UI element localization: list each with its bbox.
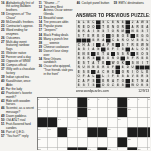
clue-number: 51 xyxy=(1,122,4,126)
cell-clue-number: 19 xyxy=(68,128,71,131)
answer-letter-cell: C xyxy=(91,21,95,25)
answer-letter-cell: W xyxy=(140,21,144,25)
clue-text: "You hurt?" reply xyxy=(6,134,28,138)
puzzle-cell[interactable] xyxy=(118,148,128,151)
answer-letter-cell: M xyxy=(121,30,125,34)
puzzle-cell[interactable] xyxy=(88,118,98,128)
answer-letter-cell: T xyxy=(116,79,120,83)
puzzle-black-cell xyxy=(78,108,88,118)
clue-item: 31Webster native xyxy=(1,51,36,55)
answer-black-cell xyxy=(130,34,134,38)
answer-letter-cell: E xyxy=(121,21,125,25)
answer-letter-cell: J xyxy=(130,21,134,25)
answer-letter-cell: S xyxy=(121,52,125,56)
clue-number: 36 xyxy=(1,63,4,67)
answer-letter-cell: T xyxy=(86,61,90,65)
puzzle-black-cell xyxy=(78,148,88,151)
answer-letter-cell: R xyxy=(135,25,139,29)
newspaper-crossword-page: 16Alphabetically first of the acting Bal… xyxy=(0,0,150,150)
answer-letter-cell: O xyxy=(116,57,120,61)
clue-item: 12Two-time Best Actress Oscar winner Gle… xyxy=(39,5,74,16)
answer-letter-cell: A xyxy=(145,79,149,83)
clue-text: Kazakhstan, once: Abbr. xyxy=(6,79,31,86)
puzzle-cell[interactable]: 16 xyxy=(118,118,128,128)
answer-letter-cell: R xyxy=(121,25,125,29)
clue-text: Old AT&T rival xyxy=(6,118,25,122)
answer-black-cell xyxy=(96,75,100,79)
answer-letter-cell: A xyxy=(111,79,115,83)
answer-letter-cell: O xyxy=(135,84,139,88)
puzzle-website-url: www.wordpuzzles.com xyxy=(76,89,109,93)
answer-letter-cell: S xyxy=(91,79,95,83)
answer-black-cell xyxy=(77,39,81,43)
answer-letter-cell: A xyxy=(91,48,95,52)
cell-clue-number: 1 xyxy=(38,98,39,101)
puzzle-black-cell xyxy=(38,118,48,128)
clue-text: Beautiful swan xyxy=(44,16,64,20)
puzzle-cell[interactable]: 10 xyxy=(148,98,151,108)
clue-number: 37 xyxy=(1,67,4,71)
cell-clue-number: 16 xyxy=(118,118,121,121)
puzzle-cell[interactable] xyxy=(98,138,108,148)
puzzle-cell[interactable]: 11 xyxy=(38,108,48,118)
puzzle-black-cell xyxy=(128,128,138,138)
answer-letter-cell: E xyxy=(145,70,149,74)
clue-number: 20 xyxy=(1,20,4,24)
answer-letter-cell: D xyxy=(126,66,130,70)
answer-letter-cell: N xyxy=(140,79,144,83)
puzzle-cell[interactable] xyxy=(48,138,58,148)
answer-black-cell xyxy=(126,25,130,29)
answer-black-cell xyxy=(91,52,95,56)
puzzle-cell[interactable] xyxy=(58,148,68,151)
puzzle-black-cell xyxy=(148,128,151,138)
clue-text: Two-time Best Actress Oscar winner Glend… xyxy=(44,5,73,16)
clue-text: Dawn goddess xyxy=(6,114,26,118)
clue-text: Ride with wooden horses xyxy=(6,99,30,106)
answer-letter-cell: E xyxy=(126,34,130,38)
answer-black-cell xyxy=(106,34,110,38)
clue-item: 32Forever and a day xyxy=(1,55,36,59)
answer-letter-cell: R xyxy=(121,39,125,43)
puzzle-cell[interactable]: 1 xyxy=(38,98,48,108)
puzzle-black-cell xyxy=(128,148,138,151)
clue-number: 59 xyxy=(114,1,117,5)
answer-black-cell xyxy=(96,84,100,88)
puzzle-black-cell xyxy=(48,118,58,128)
clue-number: 42 xyxy=(1,91,4,95)
clue-number: 43 xyxy=(1,99,4,103)
answer-letter-cell: L xyxy=(140,70,144,74)
answer-letter-cell: Z xyxy=(111,84,115,88)
answer-letter-cell: E xyxy=(135,43,139,47)
answer-letter-cell: I xyxy=(91,30,95,34)
answer-letter-cell: E xyxy=(101,61,105,65)
answer-letter-cell: C xyxy=(101,70,105,74)
answer-letter-cell: R xyxy=(111,57,115,61)
clue-number: 24 xyxy=(39,32,42,36)
puzzle-cell[interactable]: 22 xyxy=(128,138,138,148)
answer-letter-cell: T xyxy=(101,52,105,56)
cell-clue-number: 22 xyxy=(128,138,131,141)
answer-black-cell xyxy=(116,66,120,70)
clue-item: 50Old AT&T rival xyxy=(1,118,36,122)
cell-clue-number: 6 xyxy=(98,98,99,101)
clue-item: 57"You hurt?" reply xyxy=(1,134,36,138)
answer-letter-cell: E xyxy=(135,52,139,56)
answer-letter-cell: I xyxy=(106,75,110,79)
answer-black-cell xyxy=(130,52,134,56)
answer-letter-cell: A xyxy=(101,39,105,43)
answer-letter-cell: L xyxy=(145,39,149,43)
answer-letter-cell: C xyxy=(77,43,81,47)
cell-clue-number: 11 xyxy=(38,108,40,111)
clue-text: Opposite of WNW xyxy=(6,59,30,63)
answer-letter-cell: H xyxy=(81,43,85,47)
answer-letter-cell: T xyxy=(101,25,105,29)
answer-black-cell xyxy=(81,39,85,43)
answer-black-cell xyxy=(96,21,100,25)
answer-letter-cell: O xyxy=(121,79,125,83)
answer-letter-cell: O xyxy=(101,34,105,38)
answer-letter-cell: A xyxy=(86,75,90,79)
puzzle-cell[interactable]: 24 xyxy=(88,148,98,151)
puzzle-cell[interactable] xyxy=(138,138,148,148)
answer-letter-cell: R xyxy=(130,43,134,47)
clue-number: 26 xyxy=(1,35,4,39)
answer-letter-cell: A xyxy=(126,75,130,79)
cell-clue-number: 2 xyxy=(48,98,49,101)
answer-letter-cell: L xyxy=(101,75,105,79)
clue-number: 15 xyxy=(39,24,42,28)
puzzle-cell[interactable] xyxy=(138,108,148,118)
puzzle-cell[interactable]: 5 xyxy=(88,98,98,108)
clue-text: EMTs' destinations xyxy=(119,1,144,5)
answer-letter-cell: E xyxy=(96,52,100,56)
cell-clue-number: 20 xyxy=(108,128,111,131)
answer-letter-cell: K xyxy=(121,61,125,65)
clue-text: Black Friday deals xyxy=(44,32,69,36)
answer-black-cell xyxy=(126,30,130,34)
puzzle-cell[interactable] xyxy=(78,138,88,148)
clue-text: Campus official xyxy=(6,63,27,67)
answer-letter-cell: R xyxy=(111,43,115,47)
answer-letter-cell: T xyxy=(96,61,100,65)
answer-black-cell xyxy=(145,66,149,70)
puzzle-cell[interactable]: 26 xyxy=(138,148,148,151)
answer-black-cell xyxy=(126,48,130,52)
answer-letter-cell: S xyxy=(145,84,149,88)
answer-letter-cell: H xyxy=(77,57,81,61)
clue-item: 49Dawn goddess xyxy=(1,114,36,118)
answer-letter-cell: N xyxy=(130,30,134,34)
puzzle-cell[interactable]: 2 xyxy=(48,98,58,108)
puzzle-cell[interactable] xyxy=(148,138,151,148)
answer-letter-cell: D xyxy=(101,84,105,88)
answer-letter-cell: E xyxy=(77,84,81,88)
answer-letter-cell: I xyxy=(130,70,134,74)
puzzle-cell[interactable] xyxy=(48,148,58,151)
answer-black-cell xyxy=(121,57,125,61)
puzzle-cell[interactable] xyxy=(138,118,148,128)
puzzle-cell[interactable] xyxy=(108,138,118,148)
puzzle-cell[interactable]: 4 xyxy=(68,98,78,108)
answer-letter-cell: E xyxy=(135,30,139,34)
puzzle-cell[interactable] xyxy=(78,128,88,138)
answer-meta-line: www.wordpuzzles.com 12/9/13 xyxy=(76,89,149,93)
clue-item: 51Fruit-flavored hard candies xyxy=(1,122,36,129)
clue-number: 23 xyxy=(1,24,4,28)
puzzle-black-cell xyxy=(68,148,78,151)
answer-letter-cell: S xyxy=(145,52,149,56)
clue-item: 26Outcomes xyxy=(1,35,36,39)
answer-letter-cell: E xyxy=(77,52,81,56)
answer-letter-cell: S xyxy=(121,75,125,79)
answer-black-cell xyxy=(126,21,130,25)
current-puzzle-grid: 1234567891011121314151617181920212223242… xyxy=(37,97,150,150)
clue-number: 50 xyxy=(1,118,4,122)
answer-letter-cell: A xyxy=(101,43,105,47)
puzzle-cell[interactable] xyxy=(68,118,78,128)
puzzle-cell[interactable] xyxy=(58,108,68,118)
clue-item: 33Opposite of WNW xyxy=(1,59,36,63)
answer-letter-cell: A xyxy=(135,21,139,25)
answer-letter-cell: E xyxy=(145,48,149,52)
previous-puzzle-answer-grid: ALECSCENEJAWSREDOTENORAREABRAINSTORMNEST… xyxy=(76,20,150,88)
answer-letter-cell: O xyxy=(111,34,115,38)
answer-letter-cell: N xyxy=(91,66,95,70)
answer-letter-cell: S xyxy=(121,48,125,52)
puzzle-cell[interactable] xyxy=(108,118,118,128)
answer-letter-cell: E xyxy=(135,34,139,38)
clue-number: 12 xyxy=(39,5,42,9)
answer-letter-cell: R xyxy=(86,57,90,61)
clue-number: 13 xyxy=(39,16,42,20)
answer-letter-cell: E xyxy=(101,79,105,83)
clue-text: Webster native xyxy=(6,51,26,55)
puzzle-cell[interactable]: 23 xyxy=(38,148,48,151)
answer-letter-cell: S xyxy=(101,21,105,25)
answer-black-cell xyxy=(106,61,110,65)
clue-text: New Orleans sandwich xyxy=(44,56,62,63)
answer-letter-cell: V xyxy=(130,75,134,79)
clue-item: 30Doesn't lose sleep over xyxy=(39,49,74,56)
answer-letter-cell: T xyxy=(145,30,149,34)
clue-text: Scientist, as a secret message? xyxy=(6,106,34,113)
answer-letter-cell: N xyxy=(86,66,90,70)
answer-letter-cell: A xyxy=(86,43,90,47)
answer-letter-cell: R xyxy=(77,25,81,29)
answer-letter-cell: E xyxy=(121,66,125,70)
cell-clue-number: 25 xyxy=(108,148,111,151)
answer-black-cell xyxy=(86,39,90,43)
clue-item: 39Indian spiced tea xyxy=(1,75,36,79)
answer-letter-cell: T xyxy=(86,84,90,88)
clue-item: 46Scientist, as a secret message? xyxy=(1,106,36,113)
clue-text: Contractor's approx. xyxy=(6,24,33,28)
puzzle-cell[interactable]: 7 xyxy=(108,98,118,108)
clue-text: Word ending for enzymes xyxy=(6,28,28,35)
puzzle-cell[interactable] xyxy=(148,108,151,118)
answer-letter-cell: O xyxy=(116,61,120,65)
cell-clue-number: 7 xyxy=(108,98,109,101)
answer-letter-cell: P xyxy=(130,57,134,61)
puzzle-cell[interactable]: 18 xyxy=(48,128,58,138)
answer-letter-cell: B xyxy=(116,34,120,38)
puzzle-cell[interactable]: 20 xyxy=(108,128,118,138)
answer-letter-cell: A xyxy=(77,21,81,25)
answer-letter-cell: S xyxy=(126,57,130,61)
answer-letter-cell: E xyxy=(145,57,149,61)
cell-clue-number: 12 xyxy=(88,108,91,111)
puzzle-cell[interactable] xyxy=(148,148,151,151)
puzzle-cell[interactable] xyxy=(108,108,118,118)
clue-number: 46 xyxy=(77,1,80,5)
answer-letter-cell: E xyxy=(111,70,115,74)
clue-item: 23Contractor's approx. xyxy=(1,24,36,28)
puzzle-cell[interactable] xyxy=(48,108,58,118)
answer-letter-cell: U xyxy=(130,39,134,43)
clue-number: 34 xyxy=(39,56,42,60)
puzzle-cell[interactable] xyxy=(148,118,151,128)
puzzle-cell[interactable] xyxy=(58,138,68,148)
clue-item: 46Cockpit panel button xyxy=(77,1,111,5)
clue-text: Many a punch line xyxy=(44,36,69,40)
clue-text: Indian spiced tea xyxy=(6,75,29,79)
answer-letter-cell: S xyxy=(81,70,85,74)
puzzle-cell[interactable] xyxy=(68,108,78,118)
answer-letter-cell: S xyxy=(145,75,149,79)
answer-letter-cell: R xyxy=(91,34,95,38)
clue-text: Chinese cookware xyxy=(44,45,69,49)
clue-item: 25Word ending for enzymes xyxy=(1,28,36,35)
puzzle-cell[interactable]: 8 xyxy=(128,98,138,108)
answer-letter-cell: E xyxy=(96,34,100,38)
puzzle-cell[interactable]: 12 xyxy=(88,108,98,118)
cell-clue-number: 23 xyxy=(38,148,41,151)
puzzle-cell[interactable]: 17 xyxy=(38,128,48,138)
answer-letter-cell: E xyxy=(91,39,95,43)
answer-letter-cell: A xyxy=(130,48,134,52)
clue-item: 56Part of Q.E.D. xyxy=(1,130,36,134)
answer-letter-cell: L xyxy=(91,75,95,79)
clue-item: 19Designees of "The Chase" xyxy=(1,12,36,19)
puzzle-cell[interactable]: 9 xyxy=(138,98,148,108)
answer-letter-cell: R xyxy=(126,52,130,56)
answer-letter-cell: S xyxy=(121,43,125,47)
puzzle-cell[interactable]: 3 xyxy=(58,98,68,108)
answer-letter-cell: A xyxy=(130,25,134,29)
clue-item: 41For the lady xyxy=(1,87,36,91)
puzzle-cell[interactable] xyxy=(98,118,108,128)
answer-letter-cell: E xyxy=(86,52,90,56)
answer-letter-cell: U xyxy=(81,66,85,70)
clue-text: Forever and a day xyxy=(6,55,31,59)
answer-letter-cell: R xyxy=(101,66,105,70)
puzzle-cell[interactable] xyxy=(128,118,138,128)
answer-letter-cell: G xyxy=(140,34,144,38)
answer-letter-cell: R xyxy=(81,30,85,34)
puzzle-cell[interactable]: 25 xyxy=(108,148,118,151)
answer-letter-cell: P xyxy=(81,75,85,79)
clue-item: 59EMTs' destinations xyxy=(114,1,150,5)
answer-letter-cell: T xyxy=(135,79,139,83)
answer-black-cell xyxy=(96,43,100,47)
puzzle-cell[interactable]: 14 xyxy=(58,118,68,128)
puzzle-cell[interactable] xyxy=(88,138,98,148)
answer-letter-cell: E xyxy=(81,25,85,29)
puzzle-cell[interactable]: 21 xyxy=(38,138,48,148)
clue-text: Cockpit panel button xyxy=(82,1,110,5)
clue-item: 42Prankster's favorite month? xyxy=(1,91,36,98)
puzzle-cell[interactable]: 15 xyxy=(78,118,88,128)
cell-clue-number: 24 xyxy=(88,148,91,151)
clue-number: 33 xyxy=(1,59,4,63)
clue-item: 24Black Friday deals xyxy=(39,32,74,36)
answer-letter-cell: R xyxy=(116,30,120,34)
puzzle-cell[interactable]: 13 xyxy=(128,108,138,118)
puzzle-cell[interactable]: 19 xyxy=(68,128,78,138)
answer-letter-cell: F xyxy=(111,75,115,79)
clue-text: Prankster's favorite month? xyxy=(6,91,32,98)
answer-letter-cell: E xyxy=(140,57,144,61)
puzzle-cell[interactable] xyxy=(98,108,108,118)
answer-letter-cell: D xyxy=(86,25,90,29)
puzzle-cell[interactable] xyxy=(118,128,128,138)
puzzle-cell[interactable] xyxy=(68,138,78,148)
answer-letter-cell: T xyxy=(145,61,149,65)
clue-text: McDonald's freebies xyxy=(6,20,33,24)
clue-item: 27Multi-day event featuring rainbow flag… xyxy=(1,40,36,51)
clue-column-4: 59EMTs' destinations xyxy=(114,1,150,12)
answer-letter-cell: E xyxy=(140,39,144,43)
answer-letter-cell: S xyxy=(81,48,85,52)
puzzle-cell[interactable]: 6 xyxy=(98,98,108,108)
cell-clue-number: 17 xyxy=(38,128,41,131)
clue-number: 27 xyxy=(1,40,4,44)
answer-letter-cell: E xyxy=(86,21,90,25)
answer-letter-cell: N xyxy=(111,25,115,29)
answer-letter-cell: H xyxy=(106,70,110,74)
clue-number: 40 xyxy=(1,79,4,83)
cell-clue-number: 5 xyxy=(88,98,89,101)
answer-letter-cell: R xyxy=(106,79,110,83)
answer-letter-cell: S xyxy=(140,30,144,34)
puzzle-black-cell xyxy=(58,128,68,138)
clue-item: 15Popular piano xyxy=(39,24,74,28)
cell-clue-number: 26 xyxy=(138,148,141,151)
clue-item: 26Many a punch line xyxy=(39,36,74,40)
answer-letter-cell: E xyxy=(116,75,120,79)
answer-letter-cell: A xyxy=(91,61,95,65)
clue-number: 49 xyxy=(1,114,4,118)
answer-letter-cell: S xyxy=(116,52,120,56)
clue-item: 13Beautiful swan xyxy=(39,16,74,20)
answer-letter-cell: R xyxy=(140,75,144,79)
clue-text: Part of Q.E.D. xyxy=(6,130,25,134)
clue-item: 14Tire pressure abbr. xyxy=(39,20,74,24)
answer-letter-cell: L xyxy=(81,21,85,25)
cell-clue-number: 9 xyxy=(138,98,139,101)
answer-black-cell xyxy=(135,66,139,70)
clue-item: 36Campus official xyxy=(1,63,36,67)
answer-letter-cell: R xyxy=(135,57,139,61)
answer-black-cell xyxy=(116,43,120,47)
answer-letter-cell: S xyxy=(81,61,85,65)
answer-letter-cell: U xyxy=(106,66,110,70)
answer-letter-cell: E xyxy=(86,34,90,38)
answer-letter-cell: O xyxy=(140,52,144,56)
